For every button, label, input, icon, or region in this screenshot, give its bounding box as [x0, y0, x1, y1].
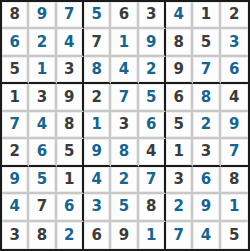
cell-r3c4[interactable]: 8 — [84, 57, 111, 84]
cell-r4c7[interactable]: 6 — [166, 84, 193, 111]
cell-r7c8[interactable]: 6 — [193, 167, 220, 194]
cell-r3c7[interactable]: 9 — [166, 57, 193, 84]
cell-r4c2[interactable]: 3 — [29, 84, 56, 111]
cell-r2c1[interactable]: 6 — [2, 29, 29, 56]
cell-r7c2[interactable]: 5 — [29, 167, 56, 194]
cell-r6c4[interactable]: 9 — [84, 139, 111, 166]
cell-r5c9[interactable]: 9 — [221, 112, 248, 139]
cell-r2c4[interactable]: 7 — [84, 29, 111, 56]
cell-r5c5[interactable]: 3 — [111, 112, 138, 139]
cell-r6c8[interactable]: 3 — [193, 139, 220, 166]
cell-r3c2[interactable]: 1 — [29, 57, 56, 84]
sudoku-board: 8975634126247198535138429761392756847481… — [0, 0, 250, 251]
cell-r7c5[interactable]: 2 — [111, 167, 138, 194]
cell-r9c4[interactable]: 6 — [84, 222, 111, 249]
cell-r9c5[interactable]: 9 — [111, 222, 138, 249]
cell-r1c3[interactable]: 7 — [57, 2, 84, 29]
cell-r1c8[interactable]: 1 — [193, 2, 220, 29]
cell-r5c1[interactable]: 7 — [2, 112, 29, 139]
cell-r7c3[interactable]: 1 — [57, 167, 84, 194]
cell-r2c2[interactable]: 2 — [29, 29, 56, 56]
cell-r4c9[interactable]: 4 — [221, 84, 248, 111]
cell-r6c6[interactable]: 4 — [139, 139, 166, 166]
cell-r9c1[interactable]: 3 — [2, 222, 29, 249]
cell-r1c4[interactable]: 5 — [84, 2, 111, 29]
cell-r3c8[interactable]: 7 — [193, 57, 220, 84]
cell-r8c1[interactable]: 4 — [2, 194, 29, 221]
cell-r5c7[interactable]: 5 — [166, 112, 193, 139]
cell-r5c3[interactable]: 8 — [57, 112, 84, 139]
cell-r7c6[interactable]: 7 — [139, 167, 166, 194]
cell-r6c2[interactable]: 6 — [29, 139, 56, 166]
cell-r2c5[interactable]: 1 — [111, 29, 138, 56]
cell-r9c2[interactable]: 8 — [29, 222, 56, 249]
cell-r2c7[interactable]: 8 — [166, 29, 193, 56]
cell-r8c6[interactable]: 8 — [139, 194, 166, 221]
cell-r2c8[interactable]: 5 — [193, 29, 220, 56]
cell-r8c7[interactable]: 2 — [166, 194, 193, 221]
cell-r9c6[interactable]: 1 — [139, 222, 166, 249]
cell-r8c8[interactable]: 9 — [193, 194, 220, 221]
cell-r3c6[interactable]: 2 — [139, 57, 166, 84]
cell-r9c8[interactable]: 4 — [193, 222, 220, 249]
cell-r7c9[interactable]: 8 — [221, 167, 248, 194]
cell-r5c8[interactable]: 2 — [193, 112, 220, 139]
cell-r4c5[interactable]: 7 — [111, 84, 138, 111]
cell-r4c4[interactable]: 2 — [84, 84, 111, 111]
cell-r4c6[interactable]: 5 — [139, 84, 166, 111]
cell-r8c2[interactable]: 7 — [29, 194, 56, 221]
cell-r8c3[interactable]: 6 — [57, 194, 84, 221]
cell-r6c1[interactable]: 2 — [2, 139, 29, 166]
cell-r6c7[interactable]: 1 — [166, 139, 193, 166]
cell-r6c3[interactable]: 5 — [57, 139, 84, 166]
cell-r8c9[interactable]: 1 — [221, 194, 248, 221]
cell-r9c9[interactable]: 5 — [221, 222, 248, 249]
cell-r7c4[interactable]: 4 — [84, 167, 111, 194]
cell-r4c8[interactable]: 8 — [193, 84, 220, 111]
cell-r5c2[interactable]: 4 — [29, 112, 56, 139]
cell-r1c9[interactable]: 2 — [221, 2, 248, 29]
cell-r4c3[interactable]: 9 — [57, 84, 84, 111]
cell-r3c5[interactable]: 4 — [111, 57, 138, 84]
cell-r1c5[interactable]: 6 — [111, 2, 138, 29]
cell-r8c5[interactable]: 5 — [111, 194, 138, 221]
cell-r7c7[interactable]: 3 — [166, 167, 193, 194]
cell-r2c9[interactable]: 3 — [221, 29, 248, 56]
cell-r3c9[interactable]: 6 — [221, 57, 248, 84]
cell-r5c4[interactable]: 1 — [84, 112, 111, 139]
cell-r3c1[interactable]: 5 — [2, 57, 29, 84]
cell-r6c9[interactable]: 7 — [221, 139, 248, 166]
cell-r3c3[interactable]: 3 — [57, 57, 84, 84]
cell-r9c3[interactable]: 2 — [57, 222, 84, 249]
cell-r1c2[interactable]: 9 — [29, 2, 56, 29]
cell-r4c1[interactable]: 1 — [2, 84, 29, 111]
cell-r9c7[interactable]: 7 — [166, 222, 193, 249]
cell-r6c5[interactable]: 8 — [111, 139, 138, 166]
cell-r1c6[interactable]: 3 — [139, 2, 166, 29]
cell-r2c6[interactable]: 9 — [139, 29, 166, 56]
cell-r7c1[interactable]: 9 — [2, 167, 29, 194]
cell-r5c6[interactable]: 6 — [139, 112, 166, 139]
cell-r1c7[interactable]: 4 — [166, 2, 193, 29]
cell-r2c3[interactable]: 4 — [57, 29, 84, 56]
cell-r8c4[interactable]: 3 — [84, 194, 111, 221]
cell-r1c1[interactable]: 8 — [2, 2, 29, 29]
